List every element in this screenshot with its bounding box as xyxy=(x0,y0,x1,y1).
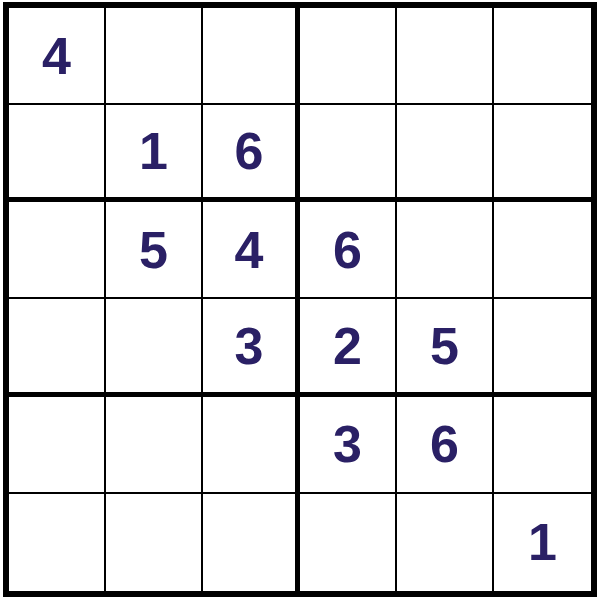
cell-r4c2[interactable] xyxy=(106,299,203,396)
cell-r2c3[interactable]: 6 xyxy=(203,105,300,202)
cell-r5c2[interactable] xyxy=(106,397,203,494)
cell-r6c6[interactable]: 1 xyxy=(494,494,591,591)
cell-r4c6[interactable] xyxy=(494,299,591,396)
cell-r6c1[interactable] xyxy=(9,494,106,591)
cell-r3c4[interactable]: 6 xyxy=(300,202,397,299)
cell-r5c1[interactable] xyxy=(9,397,106,494)
cell-r5c6[interactable] xyxy=(494,397,591,494)
cell-r5c5[interactable]: 6 xyxy=(397,397,494,494)
cell-r1c4[interactable] xyxy=(300,8,397,105)
cell-r3c1[interactable] xyxy=(9,202,106,299)
cell-r3c3[interactable]: 4 xyxy=(203,202,300,299)
cell-r6c4[interactable] xyxy=(300,494,397,591)
cell-r2c4[interactable] xyxy=(300,105,397,202)
cell-r2c5[interactable] xyxy=(397,105,494,202)
cell-r4c4[interactable]: 2 xyxy=(300,299,397,396)
cell-r1c2[interactable] xyxy=(106,8,203,105)
cell-r3c2[interactable]: 5 xyxy=(106,202,203,299)
cell-r1c3[interactable] xyxy=(203,8,300,105)
cell-r1c6[interactable] xyxy=(494,8,591,105)
sudoku-board: 416546325361 xyxy=(3,2,597,597)
cell-r6c5[interactable] xyxy=(397,494,494,591)
cell-r5c3[interactable] xyxy=(203,397,300,494)
cell-r4c5[interactable]: 5 xyxy=(397,299,494,396)
cell-r2c2[interactable]: 1 xyxy=(106,105,203,202)
cell-r1c1[interactable]: 4 xyxy=(9,8,106,105)
cell-r2c1[interactable] xyxy=(9,105,106,202)
cell-r2c6[interactable] xyxy=(494,105,591,202)
page: 416546325361 xyxy=(0,0,600,600)
cell-r5c4[interactable]: 3 xyxy=(300,397,397,494)
cell-r4c1[interactable] xyxy=(9,299,106,396)
cell-r6c3[interactable] xyxy=(203,494,300,591)
cell-r1c5[interactable] xyxy=(397,8,494,105)
cell-r3c6[interactable] xyxy=(494,202,591,299)
cell-r6c2[interactable] xyxy=(106,494,203,591)
cell-r4c3[interactable]: 3 xyxy=(203,299,300,396)
cell-r3c5[interactable] xyxy=(397,202,494,299)
